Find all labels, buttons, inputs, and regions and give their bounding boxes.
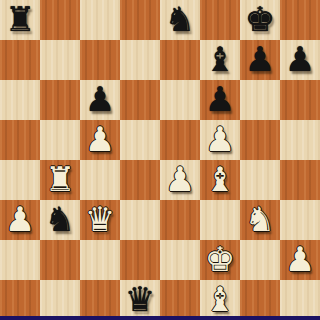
- square-d1[interactable]: ♛: [120, 280, 160, 320]
- square-e4[interactable]: ♟: [160, 160, 200, 200]
- square-g1[interactable]: [240, 280, 280, 320]
- square-f8[interactable]: [200, 0, 240, 40]
- square-d3[interactable]: [120, 200, 160, 240]
- square-b8[interactable]: [40, 0, 80, 40]
- square-b3[interactable]: ♞: [40, 200, 80, 240]
- square-a5[interactable]: [0, 120, 40, 160]
- square-h8[interactable]: [280, 0, 320, 40]
- square-c4[interactable]: [80, 160, 120, 200]
- square-g4[interactable]: [240, 160, 280, 200]
- square-e3[interactable]: [160, 200, 200, 240]
- square-d6[interactable]: [120, 80, 160, 120]
- square-f4[interactable]: ♝: [200, 160, 240, 200]
- square-b2[interactable]: [40, 240, 80, 280]
- piece-white-pawn: ♟: [85, 119, 115, 159]
- piece-black-knight: ♞: [45, 199, 75, 239]
- square-h5[interactable]: [280, 120, 320, 160]
- piece-white-pawn: ♟: [285, 239, 315, 279]
- square-a4[interactable]: [0, 160, 40, 200]
- square-h1[interactable]: [280, 280, 320, 320]
- square-h7[interactable]: ♟: [280, 40, 320, 80]
- piece-white-bishop: ♝: [205, 279, 235, 319]
- square-d2[interactable]: [120, 240, 160, 280]
- piece-white-pawn: ♟: [5, 199, 35, 239]
- square-f5[interactable]: ♟: [200, 120, 240, 160]
- square-d8[interactable]: [120, 0, 160, 40]
- piece-black-bishop: ♝: [205, 39, 235, 79]
- square-a7[interactable]: [0, 40, 40, 80]
- square-h6[interactable]: [280, 80, 320, 120]
- square-d4[interactable]: [120, 160, 160, 200]
- square-e2[interactable]: [160, 240, 200, 280]
- square-e5[interactable]: [160, 120, 200, 160]
- piece-black-pawn: ♟: [285, 39, 315, 79]
- chess-board: ♜♞♚♝♟♟♟♟♟♟♜♟♝♟♞♛♞♚♟♛♝: [0, 0, 320, 320]
- square-g5[interactable]: [240, 120, 280, 160]
- square-c5[interactable]: ♟: [80, 120, 120, 160]
- square-g2[interactable]: [240, 240, 280, 280]
- piece-white-king: ♚: [205, 239, 235, 279]
- square-a1[interactable]: [0, 280, 40, 320]
- board-bottom-edge: [0, 316, 320, 320]
- piece-white-queen: ♛: [85, 199, 115, 239]
- square-f2[interactable]: ♚: [200, 240, 240, 280]
- square-c3[interactable]: ♛: [80, 200, 120, 240]
- square-e6[interactable]: [160, 80, 200, 120]
- square-g8[interactable]: ♚: [240, 0, 280, 40]
- square-b5[interactable]: [40, 120, 80, 160]
- square-g7[interactable]: ♟: [240, 40, 280, 80]
- piece-black-king: ♚: [245, 0, 275, 39]
- square-d5[interactable]: [120, 120, 160, 160]
- square-c7[interactable]: [80, 40, 120, 80]
- piece-black-knight: ♞: [165, 0, 195, 39]
- square-f1[interactable]: ♝: [200, 280, 240, 320]
- piece-black-pawn: ♟: [85, 79, 115, 119]
- square-c8[interactable]: [80, 0, 120, 40]
- square-f7[interactable]: ♝: [200, 40, 240, 80]
- piece-black-rook: ♜: [5, 0, 35, 39]
- square-b7[interactable]: [40, 40, 80, 80]
- piece-black-pawn: ♟: [245, 39, 275, 79]
- piece-white-pawn: ♟: [205, 119, 235, 159]
- piece-white-pawn: ♟: [165, 159, 195, 199]
- chess-diagram: ♜♞♚♝♟♟♟♟♟♟♜♟♝♟♞♛♞♚♟♛♝: [0, 0, 320, 320]
- piece-black-pawn: ♟: [205, 79, 235, 119]
- square-a3[interactable]: ♟: [0, 200, 40, 240]
- square-f3[interactable]: [200, 200, 240, 240]
- square-f6[interactable]: ♟: [200, 80, 240, 120]
- square-b6[interactable]: [40, 80, 80, 120]
- square-g3[interactable]: ♞: [240, 200, 280, 240]
- square-d7[interactable]: [120, 40, 160, 80]
- square-h3[interactable]: [280, 200, 320, 240]
- square-g6[interactable]: [240, 80, 280, 120]
- square-a8[interactable]: ♜: [0, 0, 40, 40]
- square-b4[interactable]: ♜: [40, 160, 80, 200]
- piece-white-bishop: ♝: [205, 159, 235, 199]
- square-a2[interactable]: [0, 240, 40, 280]
- square-c2[interactable]: [80, 240, 120, 280]
- square-e1[interactable]: [160, 280, 200, 320]
- piece-white-rook: ♜: [45, 159, 75, 199]
- square-c6[interactable]: ♟: [80, 80, 120, 120]
- square-b1[interactable]: [40, 280, 80, 320]
- square-a6[interactable]: [0, 80, 40, 120]
- square-h4[interactable]: [280, 160, 320, 200]
- piece-white-knight: ♞: [245, 199, 275, 239]
- square-h2[interactable]: ♟: [280, 240, 320, 280]
- square-c1[interactable]: [80, 280, 120, 320]
- square-e8[interactable]: ♞: [160, 0, 200, 40]
- square-e7[interactable]: [160, 40, 200, 80]
- piece-black-queen: ♛: [125, 279, 155, 319]
